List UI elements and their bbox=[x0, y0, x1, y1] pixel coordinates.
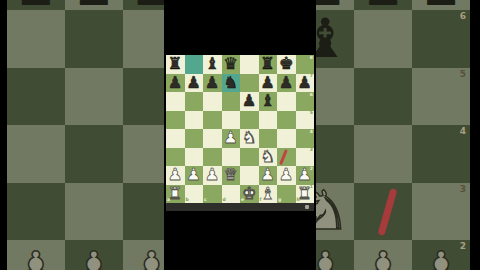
square-c7[interactable]: ♟ bbox=[203, 74, 222, 93]
square-e5[interactable] bbox=[240, 111, 259, 130]
piece-bp-b7: ♟ bbox=[186, 75, 201, 92]
bg-coord-rank-5: 5 bbox=[460, 69, 466, 79]
board-bottom-bar bbox=[166, 203, 314, 211]
video-frame: ♟♟♟♞♟♟♟♟♝65♟♞4♞3♟♟♟♛♟♟♟2 ♜♝♛♜♚8♟♟♟♞♟♟♟7♟… bbox=[0, 0, 480, 270]
square-g7[interactable]: ♟ bbox=[277, 74, 296, 93]
square-d1[interactable]: d bbox=[222, 185, 241, 204]
piece-wn-e4: ♞ bbox=[242, 130, 257, 147]
bg-square-g2: ♟ bbox=[354, 240, 412, 270]
bg-square-g6 bbox=[354, 10, 412, 68]
foreground-board[interactable]: ♜♝♛♜♚8♟♟♟♞♟♟♟7♟♝65♟♞4♞3♟♟♟♛♟♟♟2♜abcd♚e♝f… bbox=[166, 55, 314, 203]
square-f8[interactable]: ♜ bbox=[259, 55, 278, 74]
piece-wp-a2: ♟ bbox=[168, 167, 183, 184]
square-b3[interactable] bbox=[185, 148, 204, 167]
bg-square-a7: ♟ bbox=[7, 0, 65, 10]
coord-rank-2: 2 bbox=[310, 167, 313, 172]
square-d6[interactable] bbox=[222, 92, 241, 111]
bg-square-b2: ♟ bbox=[65, 240, 123, 270]
coord-rank-7: 7 bbox=[310, 74, 313, 79]
square-b1[interactable]: b bbox=[185, 185, 204, 204]
piece-br-f8: ♜ bbox=[260, 56, 275, 73]
piece-wb-f1: ♝ bbox=[260, 186, 275, 203]
coord-file-c: c bbox=[204, 198, 207, 203]
piece-bn-d7: ♞ bbox=[223, 75, 238, 92]
bg-square-b5 bbox=[65, 68, 123, 126]
square-e1[interactable]: ♚e bbox=[240, 185, 259, 204]
square-g6[interactable] bbox=[277, 92, 296, 111]
square-f5[interactable] bbox=[259, 111, 278, 130]
square-a7[interactable]: ♟ bbox=[166, 74, 185, 93]
bg-piece-wp-b2: ♟ bbox=[73, 245, 115, 270]
coord-rank-8: 8 bbox=[310, 56, 313, 61]
piece-bp-c7: ♟ bbox=[205, 75, 220, 92]
square-c2[interactable]: ♟ bbox=[203, 166, 222, 185]
piece-wp-b2: ♟ bbox=[186, 167, 201, 184]
square-c4[interactable] bbox=[203, 129, 222, 148]
bg-square-g4 bbox=[354, 125, 412, 183]
coord-file-b: b bbox=[186, 198, 189, 203]
square-c8[interactable]: ♝ bbox=[203, 55, 222, 74]
piece-bb-c8: ♝ bbox=[205, 56, 220, 73]
square-f4[interactable] bbox=[259, 129, 278, 148]
square-b5[interactable] bbox=[185, 111, 204, 130]
bg-square-g5 bbox=[354, 68, 412, 126]
square-e3[interactable] bbox=[240, 148, 259, 167]
square-d7[interactable]: ♞ bbox=[222, 74, 241, 93]
square-g8[interactable]: ♚ bbox=[277, 55, 296, 74]
square-d5[interactable] bbox=[222, 111, 241, 130]
bg-square-a5 bbox=[7, 68, 65, 126]
piece-bq-d8: ♛ bbox=[223, 56, 238, 73]
bg-square-a6 bbox=[7, 10, 65, 68]
square-e2[interactable] bbox=[240, 166, 259, 185]
square-c1[interactable]: c bbox=[203, 185, 222, 204]
piece-bp-f7: ♟ bbox=[260, 75, 275, 92]
square-f1[interactable]: ♝f bbox=[259, 185, 278, 204]
bg-square-h7: ♟ bbox=[412, 0, 470, 10]
bg-square-h3: 3 bbox=[412, 183, 470, 241]
piece-bp-a7: ♟ bbox=[168, 75, 183, 92]
coord-file-h: h bbox=[297, 198, 300, 203]
square-g1[interactable]: g bbox=[277, 185, 296, 204]
square-f3[interactable]: ♞ bbox=[259, 148, 278, 167]
square-d2[interactable]: ♛ bbox=[222, 166, 241, 185]
piece-wq-d2: ♛ bbox=[223, 167, 238, 184]
square-g2[interactable]: ♟ bbox=[277, 166, 296, 185]
piece-wp-c2: ♟ bbox=[205, 167, 220, 184]
square-h7[interactable]: ♟7 bbox=[296, 74, 315, 93]
square-h5[interactable]: 5 bbox=[296, 111, 315, 130]
coord-file-f: f bbox=[260, 198, 262, 203]
piece-bp-g7: ♟ bbox=[279, 75, 294, 92]
bg-square-a2: ♟ bbox=[7, 240, 65, 270]
bg-square-h2: ♟2 bbox=[412, 240, 470, 270]
square-h4[interactable]: 4 bbox=[296, 129, 315, 148]
bg-square-h5: 5 bbox=[412, 68, 470, 126]
bg-piece-wp-h2: ♟ bbox=[420, 245, 462, 270]
square-b8[interactable] bbox=[185, 55, 204, 74]
square-e4[interactable]: ♞ bbox=[240, 129, 259, 148]
bg-coord-rank-6: 6 bbox=[460, 11, 466, 21]
bg-coord-rank-2: 2 bbox=[460, 241, 466, 251]
square-b6[interactable] bbox=[185, 92, 204, 111]
square-f6[interactable]: ♝ bbox=[259, 92, 278, 111]
bg-piece-wp-g2: ♟ bbox=[362, 245, 404, 270]
square-f2[interactable]: ♟ bbox=[259, 166, 278, 185]
piece-wn-f3: ♞ bbox=[260, 149, 275, 166]
square-e8[interactable] bbox=[240, 55, 259, 74]
piece-bk-g8: ♚ bbox=[279, 56, 294, 73]
square-a5[interactable] bbox=[166, 111, 185, 130]
square-a8[interactable]: ♜ bbox=[166, 55, 185, 74]
square-h8[interactable]: 8 bbox=[296, 55, 315, 74]
bg-square-a3 bbox=[7, 183, 65, 241]
square-e6[interactable]: ♟ bbox=[240, 92, 259, 111]
square-c5[interactable] bbox=[203, 111, 222, 130]
square-c6[interactable] bbox=[203, 92, 222, 111]
square-h3[interactable]: 3 bbox=[296, 148, 315, 167]
piece-br-a8: ♜ bbox=[168, 56, 183, 73]
square-b2[interactable]: ♟ bbox=[185, 166, 204, 185]
square-a3[interactable] bbox=[166, 148, 185, 167]
piece-wp-g2: ♟ bbox=[279, 167, 294, 184]
watermark-icon bbox=[305, 205, 309, 209]
square-a2[interactable]: ♟ bbox=[166, 166, 185, 185]
coord-file-d: d bbox=[223, 198, 226, 203]
bg-coord-rank-4: 4 bbox=[460, 126, 466, 136]
bg-square-b7: ♟ bbox=[65, 0, 123, 10]
square-c3[interactable] bbox=[203, 148, 222, 167]
square-a1[interactable]: ♜a bbox=[166, 185, 185, 204]
piece-bb-f6: ♝ bbox=[260, 93, 275, 110]
bg-square-a4 bbox=[7, 125, 65, 183]
coord-file-e: e bbox=[241, 198, 244, 203]
square-h2[interactable]: ♟2 bbox=[296, 166, 315, 185]
coord-rank-6: 6 bbox=[310, 93, 313, 98]
square-g4[interactable] bbox=[277, 129, 296, 148]
coord-file-g: g bbox=[278, 198, 281, 203]
square-d3[interactable] bbox=[222, 148, 241, 167]
coord-rank-3: 3 bbox=[310, 148, 313, 153]
piece-wr-a1: ♜ bbox=[168, 186, 183, 203]
bg-square-b6 bbox=[65, 10, 123, 68]
square-b4[interactable] bbox=[185, 129, 204, 148]
square-a4[interactable] bbox=[166, 129, 185, 148]
piece-bp-e6: ♟ bbox=[242, 93, 257, 110]
coord-rank-5: 5 bbox=[310, 111, 313, 116]
bg-coord-rank-3: 3 bbox=[460, 184, 466, 194]
bg-piece-wp-a2: ♟ bbox=[15, 245, 57, 270]
square-b7[interactable]: ♟ bbox=[185, 74, 204, 93]
square-a6[interactable] bbox=[166, 92, 185, 111]
piece-wp-f2: ♟ bbox=[260, 167, 275, 184]
square-d8[interactable]: ♛ bbox=[222, 55, 241, 74]
bg-square-h4: 4 bbox=[412, 125, 470, 183]
square-h1[interactable]: ♜1h bbox=[296, 185, 315, 204]
piece-wp-d4: ♟ bbox=[223, 130, 238, 147]
bg-square-b4 bbox=[65, 125, 123, 183]
square-e7[interactable] bbox=[240, 74, 259, 93]
coord-rank-4: 4 bbox=[310, 130, 313, 135]
bg-square-h6: 6 bbox=[412, 10, 470, 68]
square-d4[interactable]: ♟ bbox=[222, 129, 241, 148]
square-f7[interactable]: ♟ bbox=[259, 74, 278, 93]
coord-rank-1: 1 bbox=[310, 185, 313, 190]
square-g5[interactable] bbox=[277, 111, 296, 130]
coord-file-a: a bbox=[167, 198, 170, 203]
bg-square-g7: ♟ bbox=[354, 0, 412, 10]
bg-square-b3 bbox=[65, 183, 123, 241]
piece-wk-e1: ♚ bbox=[242, 186, 257, 203]
square-h6[interactable]: 6 bbox=[296, 92, 315, 111]
